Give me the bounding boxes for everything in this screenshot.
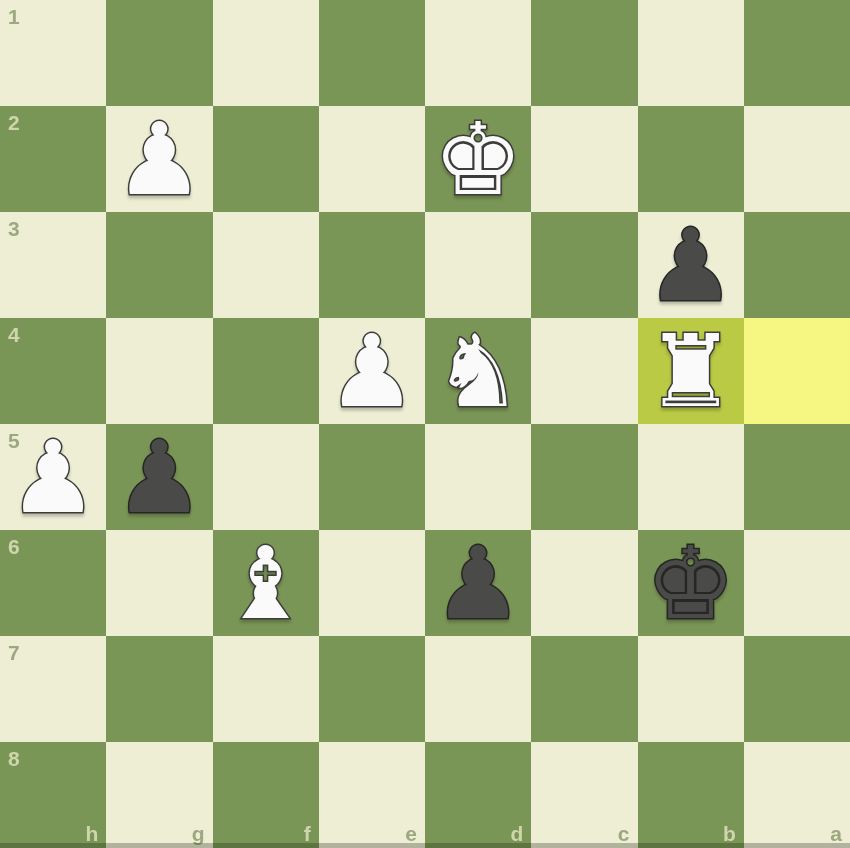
- square-g1[interactable]: [106, 0, 212, 106]
- square-a3[interactable]: [744, 212, 850, 318]
- rank-label-3: 3: [8, 218, 20, 239]
- file-label-e: e: [405, 823, 417, 844]
- square-e6[interactable]: [319, 530, 425, 636]
- rank-label-7: 7: [8, 642, 20, 663]
- file-label-g: g: [192, 823, 205, 844]
- chess-board: 12♟♚3♟4♟♞♜5♟♟6♝♟♚78hgfedcba: [0, 0, 850, 848]
- rank-label-1: 1: [8, 6, 20, 27]
- square-d1[interactable]: [425, 0, 531, 106]
- square-b7[interactable]: [638, 636, 744, 742]
- rank-label-2: 2: [8, 112, 20, 133]
- square-h4[interactable]: 4: [0, 318, 106, 424]
- square-e7[interactable]: [319, 636, 425, 742]
- square-e5[interactable]: [319, 424, 425, 530]
- square-d2[interactable]: ♚: [425, 106, 531, 212]
- rank-label-6: 6: [8, 536, 20, 557]
- square-e8[interactable]: e: [319, 742, 425, 848]
- square-g2[interactable]: ♟: [106, 106, 212, 212]
- piece-white-bishop-f6[interactable]: ♝: [221, 534, 311, 634]
- piece-black-pawn-g5[interactable]: ♟: [115, 428, 205, 528]
- square-f1[interactable]: [213, 0, 319, 106]
- square-g7[interactable]: [106, 636, 212, 742]
- square-c7[interactable]: [531, 636, 637, 742]
- square-c8[interactable]: c: [531, 742, 637, 848]
- square-f6[interactable]: ♝: [213, 530, 319, 636]
- rank-label-4: 4: [8, 324, 20, 345]
- file-label-d: d: [510, 823, 523, 844]
- square-e4[interactable]: ♟: [319, 318, 425, 424]
- rank-label-8: 8: [8, 748, 20, 769]
- file-label-b: b: [723, 823, 736, 844]
- square-c3[interactable]: [531, 212, 637, 318]
- square-d4[interactable]: ♞: [425, 318, 531, 424]
- piece-white-rook-b4[interactable]: ♜: [646, 322, 736, 422]
- square-a6[interactable]: [744, 530, 850, 636]
- square-d6[interactable]: ♟: [425, 530, 531, 636]
- square-h3[interactable]: 3: [0, 212, 106, 318]
- square-f7[interactable]: [213, 636, 319, 742]
- piece-white-king-d2[interactable]: ♚: [433, 110, 523, 210]
- square-b2[interactable]: [638, 106, 744, 212]
- square-c2[interactable]: [531, 106, 637, 212]
- square-g3[interactable]: [106, 212, 212, 318]
- file-label-f: f: [304, 823, 311, 844]
- square-b5[interactable]: [638, 424, 744, 530]
- square-e1[interactable]: [319, 0, 425, 106]
- square-h5[interactable]: 5♟: [0, 424, 106, 530]
- square-f5[interactable]: [213, 424, 319, 530]
- square-d8[interactable]: d: [425, 742, 531, 848]
- square-g5[interactable]: ♟: [106, 424, 212, 530]
- square-g8[interactable]: g: [106, 742, 212, 848]
- square-a2[interactable]: [744, 106, 850, 212]
- square-d7[interactable]: [425, 636, 531, 742]
- square-c5[interactable]: [531, 424, 637, 530]
- square-a1[interactable]: [744, 0, 850, 106]
- square-e3[interactable]: [319, 212, 425, 318]
- square-a4[interactable]: [744, 318, 850, 424]
- piece-white-knight-d4[interactable]: ♞: [433, 322, 523, 422]
- square-a8[interactable]: a: [744, 742, 850, 848]
- square-h2[interactable]: 2: [0, 106, 106, 212]
- square-b6[interactable]: ♚: [638, 530, 744, 636]
- square-f8[interactable]: f: [213, 742, 319, 848]
- square-f2[interactable]: [213, 106, 319, 212]
- file-label-h: h: [85, 823, 98, 844]
- square-h7[interactable]: 7: [0, 636, 106, 742]
- piece-black-pawn-b3[interactable]: ♟: [646, 216, 736, 316]
- piece-white-pawn-e4[interactable]: ♟: [327, 322, 417, 422]
- square-g4[interactable]: [106, 318, 212, 424]
- piece-black-pawn-d6[interactable]: ♟: [433, 534, 523, 634]
- piece-black-king-b6[interactable]: ♚: [646, 534, 736, 634]
- square-b1[interactable]: [638, 0, 744, 106]
- square-f4[interactable]: [213, 318, 319, 424]
- square-f3[interactable]: [213, 212, 319, 318]
- square-d5[interactable]: [425, 424, 531, 530]
- square-g6[interactable]: [106, 530, 212, 636]
- square-d3[interactable]: [425, 212, 531, 318]
- square-c1[interactable]: [531, 0, 637, 106]
- square-b3[interactable]: ♟: [638, 212, 744, 318]
- square-h1[interactable]: 1: [0, 0, 106, 106]
- file-label-a: a: [830, 823, 842, 844]
- piece-white-pawn-h5[interactable]: ♟: [8, 428, 98, 528]
- square-a7[interactable]: [744, 636, 850, 742]
- file-label-c: c: [618, 823, 630, 844]
- square-e2[interactable]: [319, 106, 425, 212]
- square-h6[interactable]: 6: [0, 530, 106, 636]
- piece-white-pawn-g2[interactable]: ♟: [115, 110, 205, 210]
- square-c4[interactable]: [531, 318, 637, 424]
- square-a5[interactable]: [744, 424, 850, 530]
- square-b8[interactable]: b: [638, 742, 744, 848]
- square-h8[interactable]: 8h: [0, 742, 106, 848]
- square-c6[interactable]: [531, 530, 637, 636]
- square-b4[interactable]: ♜: [638, 318, 744, 424]
